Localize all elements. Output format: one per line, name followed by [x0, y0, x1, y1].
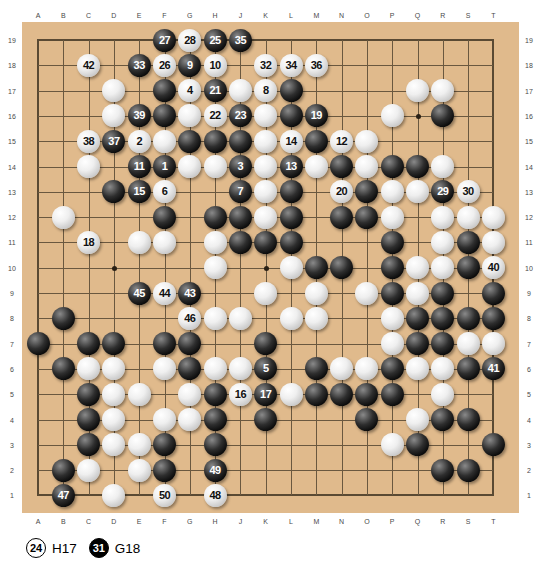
stone-white-f4 [153, 408, 176, 431]
stone-black-f14: 1 [153, 155, 176, 178]
stone-white-e3 [128, 433, 151, 456]
stone-black-q14 [406, 155, 429, 178]
stone-black-l12 [280, 206, 303, 229]
stone-white-g19: 28 [178, 29, 201, 52]
stone-black-h5 [204, 383, 227, 406]
stone-white-j5: 16 [229, 383, 252, 406]
stone-white-q4 [406, 408, 429, 431]
stone-black-p9 [381, 282, 404, 305]
move-number-label: 47 [58, 490, 69, 501]
coord-label-bottom-b: B [61, 518, 66, 525]
coord-label-left-7: 7 [10, 340, 14, 347]
move-number-label: 16 [235, 389, 246, 400]
move-number-label: 9 [187, 60, 193, 71]
coord-label-right-7: 7 [527, 340, 531, 347]
stone-black-j19: 35 [229, 29, 252, 52]
coord-label-right-10: 10 [525, 264, 533, 271]
stone-white-s12 [457, 206, 480, 229]
stone-white-p3 [381, 433, 404, 456]
coord-label-top-m: M [313, 12, 319, 19]
coord-label-right-18: 18 [525, 62, 533, 69]
stone-white-p7 [381, 332, 404, 355]
stone-white-p8 [381, 307, 404, 330]
coord-label-left-18: 18 [8, 62, 16, 69]
move-number-label: 49 [209, 465, 220, 476]
caption-coord-g18: G18 [115, 541, 141, 556]
coord-label-top-s: S [466, 12, 471, 19]
stone-black-r2 [431, 459, 454, 482]
coord-label-bottom-f: F [162, 518, 166, 525]
move-number-label: 4 [187, 85, 193, 96]
stone-black-f12 [153, 206, 176, 229]
stone-black-h2: 49 [204, 459, 227, 482]
stone-white-h8 [204, 307, 227, 330]
stone-black-d15: 37 [102, 130, 125, 153]
coord-label-right-19: 19 [525, 37, 533, 44]
coord-label-left-3: 3 [10, 441, 14, 448]
stone-white-e5 [128, 383, 151, 406]
coord-label-bottom-o: O [364, 518, 369, 525]
coord-label-right-9: 9 [527, 290, 531, 297]
coord-label-right-14: 14 [525, 163, 533, 170]
stone-black-m5 [305, 383, 328, 406]
coord-label-bottom-t: T [491, 518, 495, 525]
move-number-label: 29 [437, 186, 448, 197]
move-number-label: 45 [134, 288, 145, 299]
coord-label-bottom-r: R [440, 518, 445, 525]
coord-label-right-1: 1 [527, 492, 531, 499]
stone-white-h14 [204, 155, 227, 178]
move-number-label: 33 [134, 60, 145, 71]
stone-white-c15: 38 [77, 130, 100, 153]
coord-label-left-19: 19 [8, 37, 16, 44]
stone-black-h15 [204, 130, 227, 153]
coord-label-right-8: 8 [527, 315, 531, 322]
star-point-d10 [112, 266, 117, 271]
coord-label-bottom-k: K [263, 518, 268, 525]
stone-white-f18: 26 [153, 54, 176, 77]
stone-white-q17 [406, 79, 429, 102]
move-number-label: 25 [209, 35, 220, 46]
move-number-label: 6 [162, 186, 168, 197]
coord-label-left-15: 15 [8, 138, 16, 145]
coord-label-bottom-e: E [137, 518, 142, 525]
stone-black-q8 [406, 307, 429, 330]
stone-white-o15 [355, 130, 378, 153]
move-number-label: 15 [134, 186, 145, 197]
move-number-label: 46 [184, 313, 195, 324]
stone-black-c4 [77, 408, 100, 431]
stone-black-m10 [305, 256, 328, 279]
stone-black-p14 [381, 155, 404, 178]
stone-white-c11: 18 [77, 231, 100, 254]
stone-black-g9: 43 [178, 282, 201, 305]
grid-line-horizontal [38, 470, 493, 471]
stone-white-g5 [178, 383, 201, 406]
move-number-label: 36 [311, 60, 322, 71]
stone-white-m18: 36 [305, 54, 328, 77]
stone-black-c5 [77, 383, 100, 406]
stone-white-h16: 22 [204, 104, 227, 127]
coord-label-bottom-s: S [466, 518, 471, 525]
coord-label-top-a: A [36, 12, 41, 19]
stone-black-e16: 39 [128, 104, 151, 127]
go-diagram: 24 H17 31 G18 AABBCCDDEEFFGGHHJJKKLLMMNN… [0, 0, 540, 577]
move-number-label: 13 [285, 161, 296, 172]
move-number-label: 3 [238, 161, 244, 172]
move-number-label: 8 [263, 85, 269, 96]
stone-white-l10 [280, 256, 303, 279]
move-number-label: 43 [184, 288, 195, 299]
stone-black-s4 [457, 408, 480, 431]
move-number-label: 35 [235, 35, 246, 46]
coord-label-right-13: 13 [525, 188, 533, 195]
stone-black-s6 [457, 357, 480, 380]
move-number-label: 27 [159, 35, 170, 46]
stone-white-c14 [77, 155, 100, 178]
move-number-label: 10 [209, 60, 220, 71]
coord-label-bottom-p: P [390, 518, 395, 525]
move-number-label: 12 [336, 136, 347, 147]
coord-label-right-4: 4 [527, 416, 531, 423]
caption: 24 H17 31 G18 [26, 538, 146, 558]
coord-label-bottom-l: L [289, 518, 293, 525]
coord-label-left-16: 16 [8, 112, 16, 119]
move-number-label: 23 [235, 110, 246, 121]
stone-black-p5 [381, 383, 404, 406]
stone-black-o5 [355, 383, 378, 406]
caption-black-stone-31: 31 [89, 538, 109, 558]
stone-black-f2 [153, 459, 176, 482]
stone-black-s10 [457, 256, 480, 279]
stone-white-c18: 42 [77, 54, 100, 77]
stone-white-h6 [204, 357, 227, 380]
stone-black-b2 [52, 459, 75, 482]
move-number-label: 38 [83, 136, 94, 147]
stone-black-l17 [280, 79, 303, 102]
coord-label-right-15: 15 [525, 138, 533, 145]
stone-black-g15 [178, 130, 201, 153]
stone-black-j14: 3 [229, 155, 252, 178]
stone-black-l13 [280, 180, 303, 203]
coord-label-right-5: 5 [527, 391, 531, 398]
coord-label-top-b: B [61, 12, 66, 19]
stone-black-e9: 45 [128, 282, 151, 305]
stone-black-t9 [482, 282, 505, 305]
stone-white-g8: 46 [178, 307, 201, 330]
stone-black-s2 [457, 459, 480, 482]
stone-white-j17 [229, 79, 252, 102]
move-number-label: 34 [285, 60, 296, 71]
stone-black-t8 [482, 307, 505, 330]
move-number-label: 37 [108, 136, 119, 147]
star-point-k10 [264, 266, 269, 271]
stone-white-h1: 48 [204, 484, 227, 507]
coord-label-bottom-h: H [213, 518, 218, 525]
stone-white-h18: 10 [204, 54, 227, 77]
stone-black-l16 [280, 104, 303, 127]
coord-label-left-6: 6 [10, 365, 14, 372]
coord-label-top-e: E [137, 12, 142, 19]
stone-black-s8 [457, 307, 480, 330]
coord-label-right-12: 12 [525, 214, 533, 221]
move-number-label: 26 [159, 60, 170, 71]
move-number-label: 42 [83, 60, 94, 71]
stone-black-l11 [280, 231, 303, 254]
stone-black-h3 [204, 433, 227, 456]
move-number-label: 19 [311, 110, 322, 121]
coord-label-top-t: T [491, 12, 495, 19]
coord-label-left-11: 11 [8, 239, 15, 246]
coord-label-top-g: G [187, 12, 192, 19]
move-number-label: 41 [488, 363, 499, 374]
stone-black-q7 [406, 332, 429, 355]
stone-white-m8 [305, 307, 328, 330]
coord-label-left-8: 8 [10, 315, 14, 322]
stone-black-l14: 13 [280, 155, 303, 178]
stone-black-k5: 17 [254, 383, 277, 406]
stone-black-f7 [153, 332, 176, 355]
stone-black-j12 [229, 206, 252, 229]
move-number-label: 50 [159, 490, 170, 501]
stone-white-f15 [153, 130, 176, 153]
coord-label-top-j: J [239, 12, 243, 19]
stone-white-b12 [52, 206, 75, 229]
coord-label-left-10: 10 [8, 264, 16, 271]
stone-white-p16 [381, 104, 404, 127]
move-number-label: 21 [209, 85, 220, 96]
stone-black-r9 [431, 282, 454, 305]
stone-black-h17: 21 [204, 79, 227, 102]
move-number-label: 2 [136, 136, 142, 147]
stone-white-l18: 34 [280, 54, 303, 77]
stone-white-t7 [482, 332, 505, 355]
stone-black-b1: 47 [52, 484, 75, 507]
stone-white-j8 [229, 307, 252, 330]
stone-black-f17 [153, 79, 176, 102]
stone-black-n12 [330, 206, 353, 229]
caption-coord-h17: H17 [52, 541, 77, 556]
stone-black-h4 [204, 408, 227, 431]
coord-label-bottom-a: A [36, 518, 41, 525]
stone-white-h11 [204, 231, 227, 254]
stone-white-m9 [305, 282, 328, 305]
star-point-q16 [416, 114, 421, 119]
coord-label-top-f: F [162, 12, 166, 19]
stone-black-a7 [27, 332, 50, 355]
coord-label-bottom-g: G [187, 518, 192, 525]
move-number-label: 40 [488, 262, 499, 273]
stone-black-e13: 15 [128, 180, 151, 203]
stone-white-r5 [431, 383, 454, 406]
coord-label-top-l: L [289, 12, 293, 19]
move-number-label: 14 [285, 136, 296, 147]
stone-black-e14: 11 [128, 155, 151, 178]
stone-white-p12 [381, 206, 404, 229]
move-number-label: 20 [336, 186, 347, 197]
coord-label-top-o: O [364, 12, 369, 19]
stone-white-l5 [280, 383, 303, 406]
stone-white-s7 [457, 332, 480, 355]
coord-label-bottom-q: Q [415, 518, 420, 525]
move-number-label: 17 [260, 389, 271, 400]
stone-white-e15: 2 [128, 130, 151, 153]
coord-label-top-q: Q [415, 12, 420, 19]
stone-white-f1: 50 [153, 484, 176, 507]
stone-black-j15 [229, 130, 252, 153]
stone-black-n5 [330, 383, 353, 406]
move-number-label: 39 [134, 110, 145, 121]
stone-white-l8 [280, 307, 303, 330]
stone-black-e18: 33 [128, 54, 151, 77]
coord-label-left-2: 2 [10, 467, 14, 474]
coord-label-left-14: 14 [8, 163, 16, 170]
coord-label-left-4: 4 [10, 416, 14, 423]
move-number-label: 30 [462, 186, 473, 197]
stone-white-h10 [204, 256, 227, 279]
stone-black-r8 [431, 307, 454, 330]
stone-white-f11 [153, 231, 176, 254]
stone-white-d5 [102, 383, 125, 406]
move-number-label: 22 [209, 110, 220, 121]
move-number-label: 44 [159, 288, 170, 299]
stone-white-l15: 14 [280, 130, 303, 153]
stone-white-c2 [77, 459, 100, 482]
coord-label-top-h: H [213, 12, 218, 19]
coord-label-right-11: 11 [525, 239, 532, 246]
stone-white-k12 [254, 206, 277, 229]
stone-white-m14 [305, 155, 328, 178]
stone-black-p11 [381, 231, 404, 254]
coord-label-left-13: 13 [8, 188, 16, 195]
stone-black-o12 [355, 206, 378, 229]
stone-white-t10: 40 [482, 256, 505, 279]
move-number-label: 11 [134, 161, 145, 172]
coord-label-right-16: 16 [525, 112, 533, 119]
coord-label-top-n: N [339, 12, 344, 19]
coord-label-bottom-n: N [339, 518, 344, 525]
move-number-label: 28 [184, 35, 195, 46]
coord-label-top-p: P [390, 12, 395, 19]
stone-black-p10 [381, 256, 404, 279]
coord-label-bottom-m: M [313, 518, 319, 525]
move-number-label: 1 [162, 161, 168, 172]
coord-label-top-d: D [111, 12, 116, 19]
stone-white-p13 [381, 180, 404, 203]
stone-white-r12 [431, 206, 454, 229]
stone-white-o9 [355, 282, 378, 305]
caption-white-stone-24: 24 [26, 538, 46, 558]
stone-white-n15: 12 [330, 130, 353, 153]
stone-black-b8 [52, 307, 75, 330]
coord-label-right-3: 3 [527, 441, 531, 448]
coord-label-top-k: K [263, 12, 268, 19]
move-number-label: 5 [263, 363, 269, 374]
coord-label-top-c: C [86, 12, 91, 19]
stone-white-k18: 32 [254, 54, 277, 77]
stone-black-p6 [381, 357, 404, 380]
coord-label-left-17: 17 [8, 87, 16, 94]
stone-black-h12 [204, 206, 227, 229]
move-number-label: 32 [260, 60, 271, 71]
stone-black-f19: 27 [153, 29, 176, 52]
stone-black-j11 [229, 231, 252, 254]
coord-label-left-12: 12 [8, 214, 16, 221]
coord-label-left-5: 5 [10, 391, 14, 398]
coord-label-left-9: 9 [10, 290, 14, 297]
coord-label-right-17: 17 [525, 87, 533, 94]
stone-black-g18: 9 [178, 54, 201, 77]
stone-black-h19: 25 [204, 29, 227, 52]
coord-label-right-2: 2 [527, 467, 531, 474]
stone-white-e11 [128, 231, 151, 254]
stone-black-s11 [457, 231, 480, 254]
stone-white-f9: 44 [153, 282, 176, 305]
stone-white-t12 [482, 206, 505, 229]
stone-white-q9 [406, 282, 429, 305]
move-number-label: 7 [238, 186, 244, 197]
coord-label-bottom-d: D [111, 518, 116, 525]
stone-white-t11 [482, 231, 505, 254]
coord-label-bottom-c: C [86, 518, 91, 525]
move-number-label: 48 [209, 490, 220, 501]
stone-white-s13: 30 [457, 180, 480, 203]
stone-white-e2 [128, 459, 151, 482]
coord-label-top-r: R [440, 12, 445, 19]
stone-black-m15 [305, 130, 328, 153]
stone-white-k15 [254, 130, 277, 153]
coord-label-left-1: 1 [10, 492, 14, 499]
stone-black-n14 [330, 155, 353, 178]
stone-black-k11 [254, 231, 277, 254]
coord-label-right-6: 6 [527, 365, 531, 372]
stone-white-k9 [254, 282, 277, 305]
coord-label-bottom-j: J [239, 518, 243, 525]
move-number-label: 18 [83, 237, 94, 248]
